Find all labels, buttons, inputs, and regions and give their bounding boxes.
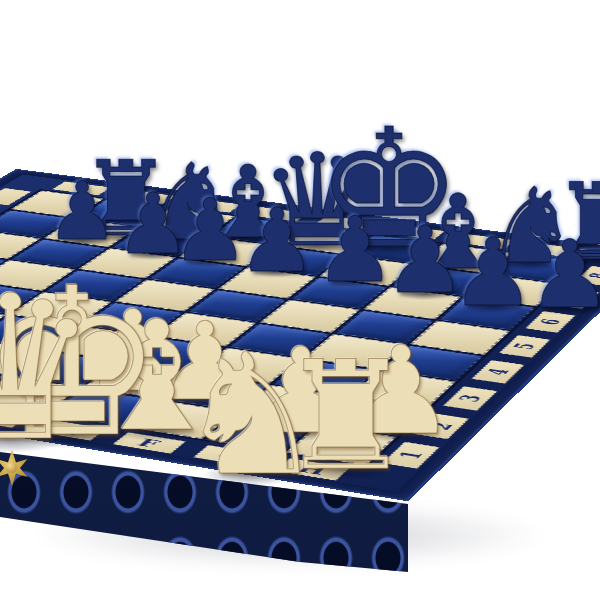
chess-set-photo: ABCDEFGH12345678 ♛♚♟♝♟♞♟♜♟♟♜♟♞♟♝♟♛♟♚♟♝♟♞…	[0, 0, 600, 600]
piece-black-pawn-h7[interactable]: ♟	[528, 233, 600, 318]
piece-black-pawn-d7[interactable]: ♟	[238, 201, 317, 280]
piece-black-pawn-g7[interactable]: ♟	[451, 231, 535, 316]
piece-white-knight-g1[interactable]: ♞	[176, 340, 327, 491]
pieces-layer: ♛♚♟♝♟♞♟♜♟♟♜♟♞♟♝♟♛♟♚♟♝♟♞♟♜	[0, 0, 600, 600]
piece-black-pawn-a7[interactable]: ♟	[46, 176, 118, 248]
piece-white-queen-d1[interactable]: ♛	[0, 279, 100, 459]
